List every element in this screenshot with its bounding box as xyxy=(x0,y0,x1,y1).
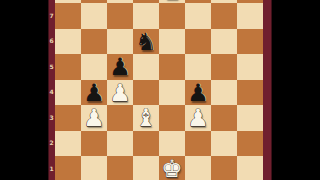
piece-black-pawn: ♟ xyxy=(107,54,133,80)
rank-label-3: 3 xyxy=(48,115,55,121)
piece-white-king: ♚ xyxy=(159,156,185,180)
square-a7[interactable] xyxy=(55,3,81,29)
square-h5[interactable] xyxy=(237,54,263,80)
square-a5[interactable] xyxy=(55,54,81,80)
square-e1[interactable]: ♚ xyxy=(159,156,185,180)
square-f5[interactable] xyxy=(185,54,211,80)
square-f4[interactable]: ♟ xyxy=(185,80,211,106)
rank-label-4: 4 xyxy=(48,89,55,95)
square-d3[interactable]: ♝ xyxy=(133,105,159,131)
square-c2[interactable] xyxy=(107,131,133,157)
square-e7[interactable] xyxy=(159,3,185,29)
square-b6[interactable] xyxy=(81,29,107,55)
square-a6[interactable] xyxy=(55,29,81,55)
square-b1[interactable] xyxy=(81,156,107,180)
piece-black-pawn: ♟ xyxy=(81,80,107,106)
rank-label-1: 1 xyxy=(48,166,55,172)
square-d4[interactable] xyxy=(133,80,159,106)
letterbox-right xyxy=(272,0,320,180)
piece-black-pawn: ♟ xyxy=(185,80,211,106)
square-e4[interactable] xyxy=(159,80,185,106)
square-a2[interactable] xyxy=(55,131,81,157)
square-d2[interactable] xyxy=(133,131,159,157)
rank-label-5: 5 xyxy=(48,64,55,70)
square-c4[interactable]: ♟ xyxy=(107,80,133,106)
square-h3[interactable] xyxy=(237,105,263,131)
square-f6[interactable] xyxy=(185,29,211,55)
square-h4[interactable] xyxy=(237,80,263,106)
square-b3[interactable]: ♟ xyxy=(81,105,107,131)
square-a4[interactable] xyxy=(55,80,81,106)
square-b5[interactable] xyxy=(81,54,107,80)
piece-black-knight: ♞ xyxy=(133,29,159,55)
square-h6[interactable] xyxy=(237,29,263,55)
square-h7[interactable] xyxy=(237,3,263,29)
board-frame: 7654321 ♚♞♟♟♟♟♟♝♟♚ xyxy=(48,0,272,180)
piece-white-pawn: ♟ xyxy=(81,105,107,131)
piece-white-bishop: ♝ xyxy=(133,105,159,131)
square-e6[interactable] xyxy=(159,29,185,55)
rank-labels: 7654321 xyxy=(48,0,55,180)
square-f7[interactable] xyxy=(185,3,211,29)
square-c3[interactable] xyxy=(107,105,133,131)
piece-white-pawn: ♟ xyxy=(107,80,133,106)
square-g3[interactable] xyxy=(211,105,237,131)
rank-label-7: 7 xyxy=(48,13,55,19)
square-g7[interactable] xyxy=(211,3,237,29)
square-f2[interactable] xyxy=(185,131,211,157)
square-b2[interactable] xyxy=(81,131,107,157)
square-d5[interactable] xyxy=(133,54,159,80)
square-a3[interactable] xyxy=(55,105,81,131)
square-a1[interactable] xyxy=(55,156,81,180)
square-h2[interactable] xyxy=(237,131,263,157)
square-g1[interactable] xyxy=(211,156,237,180)
square-f3[interactable]: ♟ xyxy=(185,105,211,131)
chess-board: ♚♞♟♟♟♟♟♝♟♚ xyxy=(55,0,263,180)
square-c7[interactable] xyxy=(107,3,133,29)
square-b7[interactable] xyxy=(81,3,107,29)
square-f1[interactable] xyxy=(185,156,211,180)
square-g5[interactable] xyxy=(211,54,237,80)
letterbox-left xyxy=(0,0,48,180)
piece-white-pawn: ♟ xyxy=(185,105,211,131)
square-e3[interactable] xyxy=(159,105,185,131)
square-c5[interactable]: ♟ xyxy=(107,54,133,80)
square-g6[interactable] xyxy=(211,29,237,55)
square-c6[interactable] xyxy=(107,29,133,55)
square-d7[interactable] xyxy=(133,3,159,29)
square-g2[interactable] xyxy=(211,131,237,157)
rank-label-6: 6 xyxy=(48,38,55,44)
video-frame: 7654321 ♚♞♟♟♟♟♟♝♟♚ xyxy=(0,0,320,180)
square-e5[interactable] xyxy=(159,54,185,80)
square-d6[interactable]: ♞ xyxy=(133,29,159,55)
square-b4[interactable]: ♟ xyxy=(81,80,107,106)
rank-label-2: 2 xyxy=(48,140,55,146)
square-c1[interactable] xyxy=(107,156,133,180)
square-d1[interactable] xyxy=(133,156,159,180)
square-g4[interactable] xyxy=(211,80,237,106)
square-e2[interactable] xyxy=(159,131,185,157)
square-h1[interactable] xyxy=(237,156,263,180)
